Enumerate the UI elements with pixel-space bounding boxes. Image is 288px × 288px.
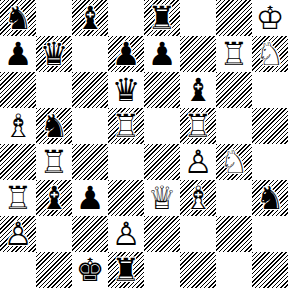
- piece-glyph: ♚: [72, 252, 108, 288]
- square-h4[interactable]: [252, 144, 288, 180]
- square-e8[interactable]: ♜♜: [144, 0, 180, 36]
- piece-black-pawn: ♟♟: [144, 36, 180, 72]
- square-e5[interactable]: [144, 108, 180, 144]
- square-d3[interactable]: [108, 180, 144, 216]
- square-d2[interactable]: ♟♙: [108, 216, 144, 252]
- piece-glyph: ♛: [36, 36, 72, 72]
- square-e7[interactable]: ♟♟: [144, 36, 180, 72]
- piece-white-pawn: ♟♙: [180, 144, 216, 180]
- square-e2[interactable]: [144, 216, 180, 252]
- piece-black-bishop: ♝♝: [180, 72, 216, 108]
- piece-glyph: ♖: [0, 180, 36, 216]
- piece-black-pawn: ♟♟: [72, 180, 108, 216]
- piece-white-rook: ♜♖: [216, 36, 252, 72]
- piece-black-pawn: ♟♟: [108, 36, 144, 72]
- piece-glyph: ♜: [108, 252, 144, 288]
- square-d1[interactable]: ♜♜: [108, 252, 144, 288]
- square-e6[interactable]: [144, 72, 180, 108]
- square-c5[interactable]: [72, 108, 108, 144]
- piece-white-knight: ♞♘: [252, 36, 288, 72]
- square-b7[interactable]: ♛♛: [36, 36, 72, 72]
- piece-glyph: ♖: [108, 108, 144, 144]
- square-d6[interactable]: ♛♛: [108, 72, 144, 108]
- piece-black-rook: ♜♜: [144, 0, 180, 36]
- square-e4[interactable]: [144, 144, 180, 180]
- square-g5[interactable]: [216, 108, 252, 144]
- square-f3[interactable]: ♝♗: [180, 180, 216, 216]
- piece-glyph: ♝: [36, 180, 72, 216]
- piece-glyph: ♝: [72, 0, 108, 36]
- square-a7[interactable]: ♟♟: [0, 36, 36, 72]
- square-g6[interactable]: [216, 72, 252, 108]
- piece-white-king: ♚♔: [252, 0, 288, 36]
- piece-white-queen: ♛♕: [144, 180, 180, 216]
- square-a2[interactable]: ♟♙: [0, 216, 36, 252]
- square-b4[interactable]: ♜♖: [36, 144, 72, 180]
- piece-white-rook: ♜♖: [108, 108, 144, 144]
- piece-glyph: ♛: [108, 72, 144, 108]
- square-a3[interactable]: ♜♖: [0, 180, 36, 216]
- square-h1[interactable]: [252, 252, 288, 288]
- square-h8[interactable]: ♚♔: [252, 0, 288, 36]
- piece-glyph: ♙: [108, 216, 144, 252]
- piece-black-knight: ♞♞: [36, 108, 72, 144]
- square-e1[interactable]: [144, 252, 180, 288]
- piece-glyph: ♟: [108, 36, 144, 72]
- square-c8[interactable]: ♝♝: [72, 0, 108, 36]
- piece-glyph: ♟: [144, 36, 180, 72]
- square-d5[interactable]: ♜♖: [108, 108, 144, 144]
- piece-glyph: ♕: [144, 180, 180, 216]
- square-b3[interactable]: ♝♝: [36, 180, 72, 216]
- square-f5[interactable]: ♜♖: [180, 108, 216, 144]
- piece-glyph: ♖: [216, 36, 252, 72]
- piece-white-rook: ♜♖: [0, 180, 36, 216]
- piece-glyph: ♜: [144, 0, 180, 36]
- piece-glyph: ♘: [216, 144, 252, 180]
- piece-glyph: ♖: [36, 144, 72, 180]
- square-b2[interactable]: [36, 216, 72, 252]
- square-e3[interactable]: ♛♕: [144, 180, 180, 216]
- square-f7[interactable]: [180, 36, 216, 72]
- piece-black-pawn: ♟♟: [0, 36, 36, 72]
- piece-glyph: ♟: [72, 180, 108, 216]
- square-h5[interactable]: [252, 108, 288, 144]
- square-d7[interactable]: ♟♟: [108, 36, 144, 72]
- square-a8[interactable]: ♞♞: [0, 0, 36, 36]
- square-h7[interactable]: ♞♘: [252, 36, 288, 72]
- piece-glyph: ♟: [0, 36, 36, 72]
- piece-white-pawn: ♟♙: [108, 216, 144, 252]
- piece-black-king: ♚♚: [72, 252, 108, 288]
- square-c6[interactable]: [72, 72, 108, 108]
- piece-black-knight: ♞♞: [0, 0, 36, 36]
- piece-white-bishop: ♝♗: [180, 180, 216, 216]
- piece-black-knight: ♞♞: [252, 180, 288, 216]
- piece-glyph: ♞: [36, 108, 72, 144]
- piece-black-rook: ♜♜: [108, 252, 144, 288]
- square-f4[interactable]: ♟♙: [180, 144, 216, 180]
- piece-glyph: ♞: [0, 0, 36, 36]
- piece-white-bishop: ♝♗: [0, 108, 36, 144]
- square-g3[interactable]: [216, 180, 252, 216]
- square-a6[interactable]: [0, 72, 36, 108]
- square-c2[interactable]: [72, 216, 108, 252]
- square-f8[interactable]: [180, 0, 216, 36]
- piece-glyph: ♙: [0, 216, 36, 252]
- square-c4[interactable]: [72, 144, 108, 180]
- square-g1[interactable]: [216, 252, 252, 288]
- square-c3[interactable]: ♟♟: [72, 180, 108, 216]
- piece-glyph: ♗: [180, 180, 216, 216]
- square-a1[interactable]: [0, 252, 36, 288]
- piece-black-bishop: ♝♝: [36, 180, 72, 216]
- square-g2[interactable]: [216, 216, 252, 252]
- square-h6[interactable]: [252, 72, 288, 108]
- square-b5[interactable]: ♞♞: [36, 108, 72, 144]
- piece-black-queen: ♛♛: [36, 36, 72, 72]
- square-h2[interactable]: [252, 216, 288, 252]
- square-f6[interactable]: ♝♝: [180, 72, 216, 108]
- piece-glyph: ♖: [180, 108, 216, 144]
- square-b1[interactable]: [36, 252, 72, 288]
- piece-glyph: ♙: [180, 144, 216, 180]
- square-h3[interactable]: ♞♞: [252, 180, 288, 216]
- piece-white-rook: ♜♖: [180, 108, 216, 144]
- square-g8[interactable]: [216, 0, 252, 36]
- square-f2[interactable]: [180, 216, 216, 252]
- square-b8[interactable]: [36, 0, 72, 36]
- piece-black-queen: ♛♛: [108, 72, 144, 108]
- piece-glyph: ♞: [252, 180, 288, 216]
- piece-white-pawn: ♟♙: [0, 216, 36, 252]
- piece-black-bishop: ♝♝: [72, 0, 108, 36]
- piece-white-rook: ♜♖: [36, 144, 72, 180]
- piece-glyph: ♘: [252, 36, 288, 72]
- square-f1[interactable]: [180, 252, 216, 288]
- square-c7[interactable]: [72, 36, 108, 72]
- square-a5[interactable]: ♝♗: [0, 108, 36, 144]
- piece-glyph: ♝: [180, 72, 216, 108]
- square-a4[interactable]: [0, 144, 36, 180]
- piece-glyph: ♗: [0, 108, 36, 144]
- square-c1[interactable]: ♚♚: [72, 252, 108, 288]
- square-d8[interactable]: [108, 0, 144, 36]
- piece-white-knight: ♞♘: [216, 144, 252, 180]
- square-d4[interactable]: [108, 144, 144, 180]
- piece-glyph: ♔: [252, 0, 288, 36]
- square-b6[interactable]: [36, 72, 72, 108]
- square-g4[interactable]: ♞♘: [216, 144, 252, 180]
- chess-board: ♞♞♝♝♜♜♚♔♟♟♛♛♟♟♟♟♜♖♞♘♛♛♝♝♝♗♞♞♜♖♜♖♜♖♟♙♞♘♜♖…: [0, 0, 288, 288]
- square-g7[interactable]: ♜♖: [216, 36, 252, 72]
